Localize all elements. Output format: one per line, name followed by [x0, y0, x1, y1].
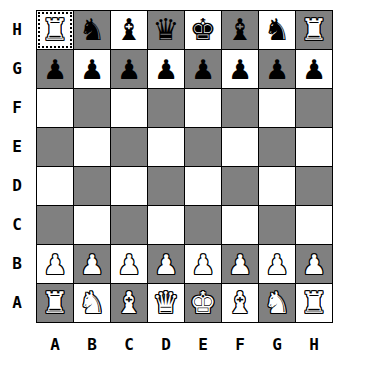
piece-white-queen[interactable]: ♛ [153, 288, 180, 318]
square-d-e[interactable] [148, 128, 184, 166]
square-c-h[interactable]: ♝ [111, 11, 147, 49]
file-label: F [222, 331, 258, 359]
rank-label: G [0, 50, 34, 88]
piece-white-pawn[interactable]: ♟ [265, 251, 289, 278]
square-e-c[interactable] [185, 206, 221, 244]
piece-black-knight[interactable]: ♞ [79, 15, 106, 45]
piece-black-pawn[interactable]: ♟ [80, 56, 104, 83]
piece-white-pawn[interactable]: ♟ [154, 251, 178, 278]
file-label: B [74, 331, 110, 359]
square-f-g[interactable]: ♟ [222, 50, 258, 88]
rank-label: E [0, 128, 34, 166]
piece-black-pawn[interactable]: ♟ [265, 56, 289, 83]
square-g-h[interactable]: ♞ [259, 11, 295, 49]
square-e-g[interactable]: ♟ [185, 50, 221, 88]
piece-white-knight[interactable]: ♞ [264, 288, 291, 318]
square-g-e[interactable] [259, 128, 295, 166]
piece-white-pawn[interactable]: ♟ [80, 251, 104, 278]
rank-label: C [0, 206, 34, 244]
square-e-b[interactable]: ♟ [185, 245, 221, 283]
square-d-d[interactable] [148, 167, 184, 205]
square-a-c[interactable] [37, 206, 73, 244]
square-d-h[interactable]: ♛ [148, 11, 184, 49]
square-a-g[interactable]: ♟ [37, 50, 73, 88]
square-h-a[interactable]: ♜ [296, 284, 332, 322]
square-b-c[interactable] [74, 206, 110, 244]
square-g-a[interactable]: ♞ [259, 284, 295, 322]
square-f-f[interactable] [222, 89, 258, 127]
piece-black-pawn[interactable]: ♟ [43, 56, 67, 83]
piece-black-pawn[interactable]: ♟ [191, 56, 215, 83]
piece-white-bishop[interactable]: ♝ [116, 288, 143, 318]
square-c-g[interactable]: ♟ [111, 50, 147, 88]
square-c-f[interactable] [111, 89, 147, 127]
piece-black-pawn[interactable]: ♟ [302, 56, 326, 83]
square-e-e[interactable] [185, 128, 221, 166]
piece-white-pawn[interactable]: ♟ [302, 251, 326, 278]
square-f-a[interactable]: ♝ [222, 284, 258, 322]
rank-label: F [0, 89, 34, 127]
piece-white-bishop[interactable]: ♝ [227, 288, 254, 318]
square-g-g[interactable]: ♟ [259, 50, 295, 88]
piece-white-pawn[interactable]: ♟ [43, 251, 67, 278]
rank-label: H [0, 11, 34, 49]
piece-black-pawn[interactable]: ♟ [154, 56, 178, 83]
square-f-c[interactable] [222, 206, 258, 244]
chess-board: ♜♞♝♛♚♝♞♜♟♟♟♟♟♟♟♟♟♟♟♟♟♟♟♟♜♞♝♛♚♝♞♜ [36, 10, 333, 323]
file-label: C [111, 331, 147, 359]
square-e-h[interactable]: ♚ [185, 11, 221, 49]
piece-white-pawn[interactable]: ♟ [117, 251, 141, 278]
square-h-g[interactable]: ♟ [296, 50, 332, 88]
square-g-f[interactable] [259, 89, 295, 127]
rank-label: A [0, 284, 34, 322]
square-h-f[interactable] [296, 89, 332, 127]
square-b-h[interactable]: ♞ [74, 11, 110, 49]
piece-black-knight[interactable]: ♞ [264, 15, 291, 45]
square-f-h[interactable]: ♝ [222, 11, 258, 49]
square-a-d[interactable] [37, 167, 73, 205]
square-h-e[interactable] [296, 128, 332, 166]
square-d-a[interactable]: ♛ [148, 284, 184, 322]
square-d-g[interactable]: ♟ [148, 50, 184, 88]
file-label: A [37, 331, 73, 359]
square-h-h[interactable]: ♜ [296, 11, 332, 49]
square-a-e[interactable] [37, 128, 73, 166]
piece-white-pawn[interactable]: ♟ [191, 251, 215, 278]
square-c-c[interactable] [111, 206, 147, 244]
square-g-c[interactable] [259, 206, 295, 244]
piece-black-pawn[interactable]: ♟ [117, 56, 141, 83]
square-g-b[interactable]: ♟ [259, 245, 295, 283]
piece-white-rook[interactable]: ♜ [301, 288, 328, 318]
square-a-f[interactable] [37, 89, 73, 127]
square-a-h[interactable]: ♜ [37, 11, 73, 49]
square-d-c[interactable] [148, 206, 184, 244]
square-b-d[interactable] [74, 167, 110, 205]
piece-black-pawn[interactable]: ♟ [228, 56, 252, 83]
square-a-a[interactable]: ♜ [37, 284, 73, 322]
square-d-b[interactable]: ♟ [148, 245, 184, 283]
chess-app: HGFEDCBA ♜♞♝♛♚♝♞♜♟♟♟♟♟♟♟♟♟♟♟♟♟♟♟♟♜♞♝♛♚♝♞… [0, 0, 367, 367]
square-e-d[interactable] [185, 167, 221, 205]
square-f-d[interactable] [222, 167, 258, 205]
square-c-e[interactable] [111, 128, 147, 166]
square-h-d[interactable] [296, 167, 332, 205]
square-d-f[interactable] [148, 89, 184, 127]
square-b-a[interactable]: ♞ [74, 284, 110, 322]
rank-label: B [0, 245, 34, 283]
square-b-b[interactable]: ♟ [74, 245, 110, 283]
piece-white-rook[interactable]: ♜ [42, 288, 69, 318]
piece-white-king[interactable]: ♚ [190, 288, 217, 318]
square-a-b[interactable]: ♟ [37, 245, 73, 283]
file-label: E [185, 331, 221, 359]
piece-black-rook[interactable]: ♜ [42, 15, 69, 45]
square-h-b[interactable]: ♟ [296, 245, 332, 283]
piece-black-king[interactable]: ♚ [190, 15, 217, 45]
square-h-c[interactable] [296, 206, 332, 244]
rank-label: D [0, 167, 34, 205]
file-labels: ABCDEFGH [37, 331, 333, 359]
square-c-a[interactable]: ♝ [111, 284, 147, 322]
square-b-g[interactable]: ♟ [74, 50, 110, 88]
piece-white-pawn[interactable]: ♟ [228, 251, 252, 278]
square-e-f[interactable] [185, 89, 221, 127]
piece-black-rook[interactable]: ♜ [301, 15, 328, 45]
file-label: G [259, 331, 295, 359]
file-label: H [296, 331, 332, 359]
piece-white-knight[interactable]: ♞ [79, 288, 106, 318]
square-b-f[interactable] [74, 89, 110, 127]
piece-black-bishop[interactable]: ♝ [227, 15, 254, 45]
piece-black-bishop[interactable]: ♝ [116, 15, 143, 45]
file-label: D [148, 331, 184, 359]
square-e-a[interactable]: ♚ [185, 284, 221, 322]
piece-black-queen[interactable]: ♛ [153, 15, 180, 45]
square-f-b[interactable]: ♟ [222, 245, 258, 283]
square-c-d[interactable] [111, 167, 147, 205]
square-g-d[interactable] [259, 167, 295, 205]
square-b-e[interactable] [74, 128, 110, 166]
square-f-e[interactable] [222, 128, 258, 166]
square-c-b[interactable]: ♟ [111, 245, 147, 283]
rank-labels: HGFEDCBA [0, 11, 34, 323]
